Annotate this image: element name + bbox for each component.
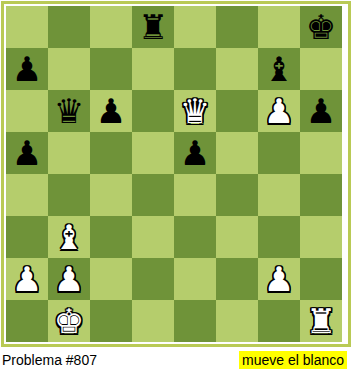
square-d5[interactable] (132, 132, 174, 174)
square-e4[interactable] (174, 174, 216, 216)
black-pawn-a5[interactable]: ♟ (12, 132, 42, 174)
square-g7[interactable]: ♝ (258, 48, 300, 90)
square-g2[interactable]: ♟ (258, 258, 300, 300)
square-f1[interactable] (216, 300, 258, 342)
square-e5[interactable]: ♟ (174, 132, 216, 174)
white-bishop-b3[interactable]: ♝ (54, 216, 84, 258)
square-d1[interactable] (132, 300, 174, 342)
square-g4[interactable] (258, 174, 300, 216)
square-b2[interactable]: ♟ (48, 258, 90, 300)
black-rook-d8[interactable]: ♜ (138, 6, 168, 48)
square-d3[interactable] (132, 216, 174, 258)
square-g8[interactable] (258, 6, 300, 48)
square-f3[interactable] (216, 216, 258, 258)
square-a1[interactable] (6, 300, 48, 342)
caption-row: Problema #807 mueve el blanco (1, 351, 347, 369)
square-c6[interactable]: ♟ (90, 90, 132, 132)
square-d7[interactable] (132, 48, 174, 90)
square-e8[interactable] (174, 6, 216, 48)
square-g6[interactable]: ♟ (258, 90, 300, 132)
square-f7[interactable] (216, 48, 258, 90)
square-h3[interactable] (300, 216, 342, 258)
square-c8[interactable] (90, 6, 132, 48)
chessboard-frame: ♜♚♟♝♛♟♛♟♟♟♟♝♟♟♟♚♜ (1, 1, 351, 347)
square-b6[interactable]: ♛ (48, 90, 90, 132)
black-pawn-h6[interactable]: ♟ (306, 90, 336, 132)
square-a3[interactable] (6, 216, 48, 258)
square-f2[interactable] (216, 258, 258, 300)
square-c5[interactable] (90, 132, 132, 174)
square-a2[interactable]: ♟ (6, 258, 48, 300)
square-c7[interactable] (90, 48, 132, 90)
square-b8[interactable] (48, 6, 90, 48)
square-b7[interactable] (48, 48, 90, 90)
square-f8[interactable] (216, 6, 258, 48)
square-h4[interactable] (300, 174, 342, 216)
black-pawn-c6[interactable]: ♟ (96, 90, 126, 132)
square-a4[interactable] (6, 174, 48, 216)
black-queen-b6[interactable]: ♛ (54, 90, 84, 132)
square-a5[interactable]: ♟ (6, 132, 48, 174)
square-b1[interactable]: ♚ (48, 300, 90, 342)
square-f6[interactable] (216, 90, 258, 132)
problem-number-label: Problema #807 (1, 352, 97, 368)
square-c1[interactable] (90, 300, 132, 342)
square-h5[interactable] (300, 132, 342, 174)
white-pawn-g6[interactable]: ♟ (264, 90, 294, 132)
square-h8[interactable]: ♚ (300, 6, 342, 48)
square-e7[interactable] (174, 48, 216, 90)
square-e6[interactable]: ♛ (174, 90, 216, 132)
chess-puzzle-page: ♜♚♟♝♛♟♛♟♟♟♟♝♟♟♟♚♜ Problema #807 mueve el… (0, 1, 352, 377)
black-pawn-e5[interactable]: ♟ (180, 132, 210, 174)
square-c3[interactable] (90, 216, 132, 258)
square-b4[interactable] (48, 174, 90, 216)
square-h7[interactable] (300, 48, 342, 90)
square-g1[interactable] (258, 300, 300, 342)
square-h6[interactable]: ♟ (300, 90, 342, 132)
white-queen-e6[interactable]: ♛ (180, 90, 210, 132)
white-pawn-b2[interactable]: ♟ (54, 258, 84, 300)
square-h1[interactable]: ♜ (300, 300, 342, 342)
square-g3[interactable] (258, 216, 300, 258)
square-g5[interactable] (258, 132, 300, 174)
square-f5[interactable] (216, 132, 258, 174)
square-a6[interactable] (6, 90, 48, 132)
square-e2[interactable] (174, 258, 216, 300)
square-d4[interactable] (132, 174, 174, 216)
black-king-h8[interactable]: ♚ (306, 6, 336, 48)
chessboard: ♜♚♟♝♛♟♛♟♟♟♟♝♟♟♟♚♜ (6, 6, 342, 342)
square-f4[interactable] (216, 174, 258, 216)
square-c2[interactable] (90, 258, 132, 300)
square-a8[interactable] (6, 6, 48, 48)
square-b3[interactable]: ♝ (48, 216, 90, 258)
square-e3[interactable] (174, 216, 216, 258)
black-pawn-a7[interactable]: ♟ (12, 48, 42, 90)
white-pawn-a2[interactable]: ♟ (12, 258, 42, 300)
square-a7[interactable]: ♟ (6, 48, 48, 90)
white-rook-h1[interactable]: ♜ (306, 300, 336, 342)
turn-indicator-badge: mueve el blanco (239, 351, 347, 369)
square-d6[interactable] (132, 90, 174, 132)
black-bishop-g7[interactable]: ♝ (264, 48, 294, 90)
square-d2[interactable] (132, 258, 174, 300)
white-king-b1[interactable]: ♚ (54, 300, 84, 342)
square-b5[interactable] (48, 132, 90, 174)
square-h2[interactable] (300, 258, 342, 300)
square-e1[interactable] (174, 300, 216, 342)
white-pawn-g2[interactable]: ♟ (264, 258, 294, 300)
square-c4[interactable] (90, 174, 132, 216)
square-d8[interactable]: ♜ (132, 6, 174, 48)
